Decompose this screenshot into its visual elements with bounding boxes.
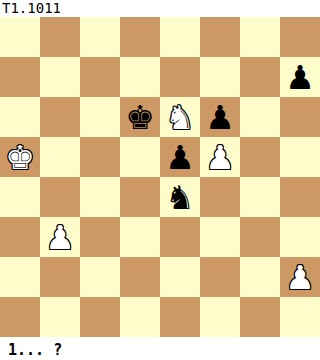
square-b5[interactable]: [40, 137, 80, 177]
square-b7[interactable]: [40, 57, 80, 97]
square-c8[interactable]: [80, 17, 120, 57]
square-b4[interactable]: [40, 177, 80, 217]
square-a6[interactable]: [0, 97, 40, 137]
square-h2[interactable]: ♟: [280, 257, 320, 297]
square-c1[interactable]: [80, 297, 120, 337]
square-g4[interactable]: [240, 177, 280, 217]
square-a3[interactable]: [0, 217, 40, 257]
square-d1[interactable]: [120, 297, 160, 337]
square-a7[interactable]: [0, 57, 40, 97]
piece-black-pawn[interactable]: ♟: [285, 61, 315, 94]
square-e3[interactable]: [160, 217, 200, 257]
square-a5[interactable]: ♚: [0, 137, 40, 177]
piece-white-pawn[interactable]: ♟: [45, 221, 75, 254]
square-h7[interactable]: ♟: [280, 57, 320, 97]
square-f1[interactable]: [200, 297, 240, 337]
square-b3[interactable]: ♟: [40, 217, 80, 257]
piece-white-pawn[interactable]: ♟: [285, 261, 315, 294]
chess-board: ♟♚♞♟♚♟♟♞♟♟: [0, 17, 320, 337]
square-d5[interactable]: [120, 137, 160, 177]
square-f8[interactable]: [200, 17, 240, 57]
square-f3[interactable]: [200, 217, 240, 257]
piece-black-pawn[interactable]: ♟: [165, 141, 195, 174]
square-d3[interactable]: [120, 217, 160, 257]
square-g7[interactable]: [240, 57, 280, 97]
square-a4[interactable]: [0, 177, 40, 217]
square-c4[interactable]: [80, 177, 120, 217]
square-e1[interactable]: [160, 297, 200, 337]
square-a8[interactable]: [0, 17, 40, 57]
square-d6[interactable]: ♚: [120, 97, 160, 137]
square-f7[interactable]: [200, 57, 240, 97]
square-a1[interactable]: [0, 297, 40, 337]
square-g1[interactable]: [240, 297, 280, 337]
square-c5[interactable]: [80, 137, 120, 177]
square-d8[interactable]: [120, 17, 160, 57]
piece-black-knight[interactable]: ♞: [165, 181, 195, 214]
square-g6[interactable]: [240, 97, 280, 137]
square-c3[interactable]: [80, 217, 120, 257]
piece-black-king[interactable]: ♚: [125, 101, 155, 134]
square-g3[interactable]: [240, 217, 280, 257]
square-g5[interactable]: [240, 137, 280, 177]
square-d2[interactable]: [120, 257, 160, 297]
square-b2[interactable]: [40, 257, 80, 297]
square-g8[interactable]: [240, 17, 280, 57]
puzzle-id: T1.1011: [0, 0, 320, 17]
square-h4[interactable]: [280, 177, 320, 217]
square-h6[interactable]: [280, 97, 320, 137]
square-h1[interactable]: [280, 297, 320, 337]
square-e5[interactable]: ♟: [160, 137, 200, 177]
square-e8[interactable]: [160, 17, 200, 57]
square-b1[interactable]: [40, 297, 80, 337]
square-e6[interactable]: ♞: [160, 97, 200, 137]
square-c7[interactable]: [80, 57, 120, 97]
piece-white-pawn[interactable]: ♟: [205, 141, 235, 174]
square-b8[interactable]: [40, 17, 80, 57]
square-e2[interactable]: [160, 257, 200, 297]
square-c6[interactable]: [80, 97, 120, 137]
square-h5[interactable]: [280, 137, 320, 177]
square-f4[interactable]: [200, 177, 240, 217]
square-d7[interactable]: [120, 57, 160, 97]
square-e7[interactable]: [160, 57, 200, 97]
square-g2[interactable]: [240, 257, 280, 297]
square-f6[interactable]: ♟: [200, 97, 240, 137]
move-prompt: 1... ?: [0, 337, 320, 360]
square-h3[interactable]: [280, 217, 320, 257]
square-e4[interactable]: ♞: [160, 177, 200, 217]
square-c2[interactable]: [80, 257, 120, 297]
piece-white-knight[interactable]: ♞: [165, 101, 195, 134]
square-f2[interactable]: [200, 257, 240, 297]
piece-black-pawn[interactable]: ♟: [205, 101, 235, 134]
piece-white-king[interactable]: ♚: [5, 141, 35, 174]
square-d4[interactable]: [120, 177, 160, 217]
square-h8[interactable]: [280, 17, 320, 57]
square-b6[interactable]: [40, 97, 80, 137]
square-a2[interactable]: [0, 257, 40, 297]
square-f5[interactable]: ♟: [200, 137, 240, 177]
